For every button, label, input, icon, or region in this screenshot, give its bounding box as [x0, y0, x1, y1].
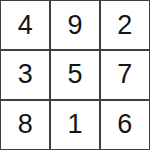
cell-r2c3: 7	[101, 51, 149, 99]
cell-r2c2: 5	[51, 51, 99, 99]
magic-square-board: 492357816	[0, 0, 150, 150]
cell-r1c3: 2	[101, 1, 149, 49]
cell-r2c1: 3	[1, 51, 49, 99]
cell-r1c1: 4	[1, 1, 49, 49]
cell-r1c2: 9	[51, 1, 99, 49]
cell-r3c3: 6	[101, 101, 149, 149]
cell-r3c1: 8	[1, 101, 49, 149]
cell-r3c2: 1	[51, 101, 99, 149]
